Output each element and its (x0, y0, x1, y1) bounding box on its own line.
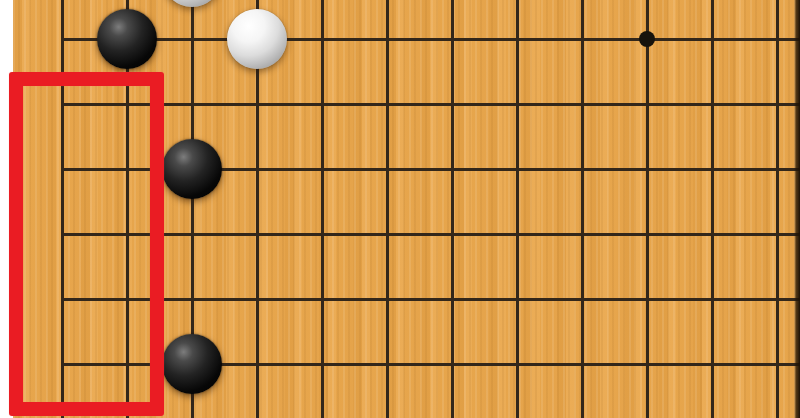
go-board-view (0, 0, 800, 418)
white-stone (227, 9, 287, 69)
grid-line-horizontal (61, 298, 800, 301)
grid-line-vertical (646, 0, 649, 418)
grid-line-vertical (386, 0, 389, 418)
grid-line-vertical (516, 0, 519, 418)
hoshi-star-point (639, 31, 655, 47)
grid-line-vertical (711, 0, 714, 418)
black-stone (162, 334, 222, 394)
grid-line-horizontal (61, 103, 800, 106)
grid-line-vertical (581, 0, 584, 418)
grid-line-vertical (776, 0, 779, 418)
grid-line-horizontal (61, 233, 800, 236)
board-right-edge-shadow (794, 0, 800, 418)
highlight-rectangle (9, 72, 164, 416)
black-stone (97, 9, 157, 69)
grid-line-vertical (321, 0, 324, 418)
black-stone (162, 139, 222, 199)
grid-line-vertical (451, 0, 454, 418)
grid-line-horizontal (61, 38, 800, 41)
